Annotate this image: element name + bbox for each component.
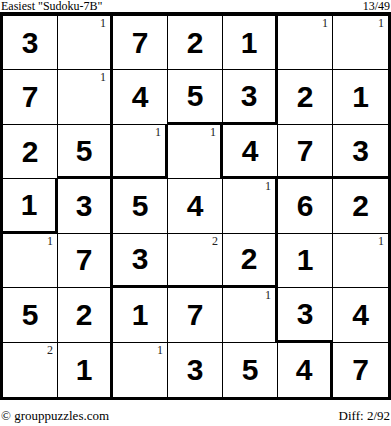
cell-r2c4[interactable]: 5 <box>168 70 223 124</box>
puzzle-footer: © grouppuzzles.com Diff: 2/92 <box>0 400 391 426</box>
cell-r1c4[interactable]: 2 <box>168 16 223 70</box>
cell-r6c6[interactable]: 3 <box>278 288 333 342</box>
cell-r7c1[interactable]: 2 <box>3 343 58 397</box>
cell-r6c1[interactable]: 5 <box>3 288 58 342</box>
cell-r7c6[interactable]: 4 <box>278 343 333 397</box>
given-digit: 7 <box>352 353 369 387</box>
given-digit: 2 <box>76 298 93 332</box>
cell-r3c7[interactable]: 3 <box>333 125 388 179</box>
pencil-mark: 1 <box>322 16 328 30</box>
cell-r1c5[interactable]: 1 <box>223 16 278 70</box>
cell-r4c1[interactable]: 1 <box>3 179 58 233</box>
puzzle-header: Easiest "Sudoku-7B" 13/49 <box>0 0 391 13</box>
cell-r6c4[interactable]: 7 <box>168 288 223 342</box>
cell-r4c4[interactable]: 4 <box>168 179 223 233</box>
given-digit: 5 <box>132 189 149 223</box>
given-digit: 6 <box>297 189 314 223</box>
cell-r5c6[interactable]: 1 <box>278 234 333 288</box>
given-digit: 3 <box>132 242 149 276</box>
given-digit: 5 <box>187 79 204 113</box>
given-digit: 7 <box>297 134 314 168</box>
pencil-mark: 1 <box>47 234 53 248</box>
cell-r4c7[interactable]: 2 <box>333 179 388 233</box>
cell-r5c4[interactable]: 2 <box>168 234 223 288</box>
cell-r4c2[interactable]: 3 <box>58 179 113 233</box>
given-digit: 1 <box>132 298 149 332</box>
puzzle-title: Easiest "Sudoku-7B" <box>1 0 102 12</box>
difficulty-label: Diff: 2/92 <box>339 408 390 423</box>
given-digit: 1 <box>352 80 369 114</box>
cell-r2c6[interactable]: 2 <box>278 70 333 124</box>
pencil-mark: 2 <box>212 234 218 248</box>
cell-r6c3[interactable]: 1 <box>113 288 168 342</box>
cell-r6c7[interactable]: 4 <box>333 288 388 342</box>
cell-r6c2[interactable]: 2 <box>58 288 113 342</box>
given-digit: 3 <box>352 134 369 168</box>
given-digit: 4 <box>296 353 313 387</box>
cell-r1c6[interactable]: 1 <box>278 16 333 70</box>
sudoku-board: 3172111714532125114731354162173221152171… <box>0 13 391 400</box>
given-digit: 4 <box>242 134 259 168</box>
given-digit: 1 <box>241 26 258 60</box>
cell-r7c4[interactable]: 3 <box>168 343 223 397</box>
pencil-mark: 1 <box>100 16 106 30</box>
cell-r1c1[interactable]: 3 <box>3 16 58 70</box>
cell-r5c5[interactable]: 2 <box>223 234 278 288</box>
given-digit: 1 <box>297 243 314 277</box>
given-digit: 2 <box>297 80 314 114</box>
given-digit: 3 <box>241 79 258 113</box>
cell-r4c6[interactable]: 6 <box>278 179 333 233</box>
given-digit: 4 <box>352 298 369 332</box>
cell-r3c6[interactable]: 7 <box>278 125 333 179</box>
cell-r3c3[interactable]: 1 <box>113 125 168 179</box>
given-digit: 2 <box>352 189 369 223</box>
given-digit: 1 <box>21 188 38 222</box>
cell-r2c1[interactable]: 7 <box>3 70 58 124</box>
cell-r1c7[interactable]: 1 <box>333 16 388 70</box>
cells-remaining-counter: 13/49 <box>363 0 390 12</box>
given-digit: 2 <box>241 242 258 276</box>
pencil-mark: 1 <box>378 16 384 30</box>
given-digit: 2 <box>187 26 204 60</box>
cell-r2c5[interactable]: 3 <box>223 70 278 124</box>
cell-r2c2[interactable]: 1 <box>58 70 113 124</box>
given-digit: 4 <box>187 189 204 223</box>
cell-r4c5[interactable]: 1 <box>223 179 278 233</box>
cell-r3c4[interactable]: 1 <box>168 125 223 179</box>
given-digit: 5 <box>22 298 39 332</box>
given-digit: 7 <box>22 80 39 114</box>
cell-r2c7[interactable]: 1 <box>333 70 388 124</box>
given-digit: 5 <box>242 353 259 387</box>
given-digit: 4 <box>132 80 149 114</box>
cell-r4c3[interactable]: 5 <box>113 179 168 233</box>
cell-r7c5[interactable]: 5 <box>223 343 278 397</box>
cell-r2c3[interactable]: 4 <box>113 70 168 124</box>
cell-r1c2[interactable]: 1 <box>58 16 113 70</box>
cell-r7c7[interactable]: 7 <box>333 343 388 397</box>
cell-r1c3[interactable]: 7 <box>113 16 168 70</box>
cell-r7c3[interactable]: 1 <box>113 343 168 397</box>
cell-r5c3[interactable]: 3 <box>113 234 168 288</box>
pencil-mark: 1 <box>378 234 384 248</box>
cell-r7c2[interactable]: 1 <box>58 343 113 397</box>
pencil-mark: 1 <box>155 125 161 139</box>
cell-r3c2[interactable]: 5 <box>58 125 113 179</box>
cell-r5c2[interactable]: 7 <box>58 234 113 288</box>
pencil-mark: 1 <box>100 70 106 84</box>
pencil-mark: 1 <box>265 179 271 193</box>
given-digit: 7 <box>132 26 149 60</box>
copyright-label: © grouppuzzles.com <box>1 408 109 423</box>
given-digit: 3 <box>297 297 314 331</box>
cell-r5c1[interactable]: 1 <box>3 234 58 288</box>
pencil-mark: 1 <box>157 343 163 357</box>
given-digit: 3 <box>22 26 39 60</box>
given-digit: 3 <box>187 353 204 387</box>
puzzle-page: Easiest "Sudoku-7B" 13/49 31721117145321… <box>0 0 391 426</box>
cell-r6c5[interactable]: 1 <box>223 288 278 342</box>
pencil-mark: 1 <box>210 125 216 139</box>
pencil-mark: 2 <box>47 343 53 357</box>
given-digit: 2 <box>22 135 39 169</box>
cell-r5c7[interactable]: 1 <box>333 234 388 288</box>
cell-r3c1[interactable]: 2 <box>3 125 58 179</box>
given-digit: 1 <box>76 353 93 387</box>
cell-r3c5[interactable]: 4 <box>223 125 278 179</box>
given-digit: 7 <box>187 298 204 332</box>
given-digit: 3 <box>76 189 93 223</box>
given-digit: 7 <box>76 243 93 277</box>
given-digit: 5 <box>76 134 93 168</box>
pencil-mark: 1 <box>265 288 271 302</box>
